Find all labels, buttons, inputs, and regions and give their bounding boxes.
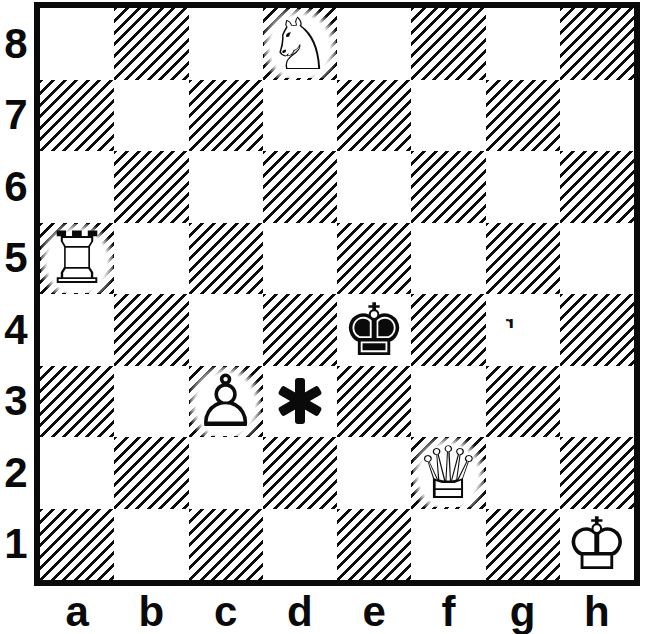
square-f8 <box>411 8 485 80</box>
square-d3 <box>263 366 337 438</box>
piece-black-king: ♚ <box>337 294 411 366</box>
square-e5 <box>337 223 411 295</box>
square-h1: ♔ <box>560 509 634 581</box>
square-c2 <box>189 437 263 509</box>
square-f5 <box>411 223 485 295</box>
file-label-h: h <box>560 588 634 634</box>
square-b4 <box>114 294 188 366</box>
file-label-c: c <box>189 588 263 634</box>
square-g3 <box>486 366 560 438</box>
square-g8 <box>486 8 560 80</box>
file-labels: a b c d e f g h <box>40 588 634 634</box>
square-c8 <box>189 8 263 80</box>
square-c4 <box>189 294 263 366</box>
square-c6 <box>189 151 263 223</box>
square-d7 <box>263 80 337 152</box>
square-b6 <box>114 151 188 223</box>
square-h7 <box>560 80 634 152</box>
square-g2 <box>486 437 560 509</box>
square-b2 <box>114 437 188 509</box>
square-f2: ♕ <box>411 437 485 509</box>
rank-label-1: 1 <box>0 509 32 581</box>
square-e3 <box>337 366 411 438</box>
square-b3 <box>114 366 188 438</box>
rank-label-2: 2 <box>0 437 32 509</box>
square-e1 <box>337 509 411 581</box>
square-f7 <box>411 80 485 152</box>
square-c7 <box>189 80 263 152</box>
square-a6 <box>40 151 114 223</box>
square-a3 <box>40 366 114 438</box>
square-b5 <box>114 223 188 295</box>
square-h6 <box>560 151 634 223</box>
square-c5 <box>189 223 263 295</box>
square-b7 <box>114 80 188 152</box>
square-a1 <box>40 509 114 581</box>
square-d4 <box>263 294 337 366</box>
square-f4 <box>411 294 485 366</box>
square-a8 <box>40 8 114 80</box>
square-g6 <box>486 151 560 223</box>
square-d8: ♘ <box>263 8 337 80</box>
square-d1 <box>263 509 337 581</box>
file-label-d: d <box>263 588 337 634</box>
square-c3: ♙ <box>189 366 263 438</box>
square-a7 <box>40 80 114 152</box>
file-label-e: e <box>337 588 411 634</box>
square-f6 <box>411 151 485 223</box>
square-a2 <box>40 437 114 509</box>
piece-white-queen: ♕ <box>411 437 485 509</box>
square-h2 <box>560 437 634 509</box>
square-b8 <box>114 8 188 80</box>
piece-white-pawn: ♙ <box>189 366 263 438</box>
rank-label-3: 3 <box>0 366 32 438</box>
square-h4 <box>560 294 634 366</box>
square-d5 <box>263 223 337 295</box>
square-g4: r <box>486 294 560 366</box>
square-c1 <box>189 509 263 581</box>
file-label-a: a <box>40 588 114 634</box>
square-f3 <box>411 366 485 438</box>
print-speck: r <box>506 313 514 332</box>
square-d6 <box>263 151 337 223</box>
square-h3 <box>560 366 634 438</box>
piece-white-rook: ♖ <box>40 223 114 295</box>
piece-white-king: ♔ <box>560 509 634 581</box>
square-b1 <box>114 509 188 581</box>
piece-white-knight: ♘ <box>263 8 337 80</box>
chess-board: ♘♖♚r♙♕♔ <box>34 2 640 586</box>
square-d2 <box>263 437 337 509</box>
square-e8 <box>337 8 411 80</box>
square-a5: ♖ <box>40 223 114 295</box>
square-g5 <box>486 223 560 295</box>
square-e7 <box>337 80 411 152</box>
file-label-g: g <box>486 588 560 634</box>
rank-label-6: 6 <box>0 151 32 223</box>
square-h8 <box>560 8 634 80</box>
rank-label-5: 5 <box>0 223 32 295</box>
chess-diagram: 8 7 6 5 4 3 2 1 ♘♖♚r♙♕♔ a b c d e f g h <box>0 0 648 634</box>
square-f1 <box>411 509 485 581</box>
square-e2 <box>337 437 411 509</box>
square-a4 <box>40 294 114 366</box>
file-label-f: f <box>411 588 485 634</box>
rank-label-8: 8 <box>0 8 32 80</box>
square-h5 <box>560 223 634 295</box>
square-e6 <box>337 151 411 223</box>
rank-label-4: 4 <box>0 294 32 366</box>
square-e4: ♚ <box>337 294 411 366</box>
file-label-b: b <box>114 588 188 634</box>
square-g1 <box>486 509 560 581</box>
rank-label-7: 7 <box>0 80 32 152</box>
star-marker <box>263 366 337 438</box>
square-g7 <box>486 80 560 152</box>
